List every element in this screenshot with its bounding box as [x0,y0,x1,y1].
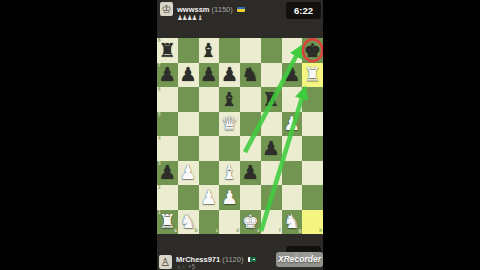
square-e4[interactable] [240,136,261,161]
file-label: d [236,229,239,234]
rank-label: 5 [158,113,161,118]
square-a1[interactable]: 1a♜ [157,210,178,235]
square-e5[interactable] [240,112,261,137]
captured-glyphs: ♞♛ [176,263,186,270]
square-h6[interactable] [302,87,323,112]
piece-black-pawn: ♟ [180,65,197,84]
file-label: g [299,229,302,234]
square-g7[interactable]: ♟ [282,63,303,88]
square-f3[interactable] [261,161,282,186]
square-b4[interactable] [178,136,199,161]
square-h4[interactable] [302,136,323,161]
square-h1[interactable]: h [302,210,323,235]
square-a4[interactable]: 4 [157,136,178,161]
square-c3[interactable] [199,161,220,186]
square-f5[interactable] [261,112,282,137]
square-d1[interactable]: d [219,210,240,235]
square-a6[interactable]: 6 [157,87,178,112]
square-e6[interactable] [240,87,261,112]
square-d3[interactable]: ♝ [219,161,240,186]
square-h8[interactable]: ♚ [302,38,323,63]
bottom-player-bar: ♙ MrChess971 (1120) ♞♛+5 6:58 XRecorder [157,234,323,270]
square-c1[interactable]: c [199,210,220,235]
letterbox-left [0,0,157,270]
square-a3[interactable]: 3♟ [157,161,178,186]
square-c4[interactable] [199,136,220,161]
file-label: c [216,229,219,234]
square-d7[interactable]: ♟ [219,63,240,88]
file-label: f [279,229,281,234]
square-e3[interactable]: ♟ [240,161,261,186]
piece-black-pawn: ♟ [283,65,300,84]
square-d5[interactable]: ♛ [219,112,240,137]
rank-label: 6 [158,88,161,93]
file-label: h [319,229,322,234]
square-f8[interactable] [261,38,282,63]
square-h2[interactable] [302,185,323,210]
piece-black-pawn: ♟ [159,65,176,84]
file-label: b [195,229,198,234]
avatar-piece-icon: ♙ [161,257,171,268]
top-player-captured-pieces: ♟♟♟♟ ♝ [177,15,202,22]
square-a2[interactable]: 2 [157,185,178,210]
square-d8[interactable] [219,38,240,63]
piece-white-rook: ♜ [304,65,321,84]
square-d4[interactable] [219,136,240,161]
piece-white-pawn: ♟ [200,188,217,207]
letterbox-right [323,0,480,270]
square-b8[interactable] [178,38,199,63]
square-c6[interactable] [199,87,220,112]
rank-label: 2 [158,186,161,191]
rank-label: 7 [158,64,161,69]
square-c7[interactable]: ♟ [199,63,220,88]
top-player-name: wwwssm (1150) [177,5,245,14]
square-f2[interactable] [261,185,282,210]
square-d2[interactable]: ♟ [219,185,240,210]
xrecorder-watermark[interactable]: XRecorder [276,252,323,267]
square-h5[interactable] [302,112,323,137]
square-e1[interactable]: e♚ [240,210,261,235]
square-a7[interactable]: 7♟ [157,63,178,88]
piece-white-queen: ♛ [221,114,238,133]
square-c5[interactable] [199,112,220,137]
piece-black-bishop: ♝ [221,90,238,109]
square-c2[interactable]: ♟ [199,185,220,210]
top-player-bar: ♔ wwwssm (1150) ♟♟♟♟ ♝ 6:22 [157,0,323,38]
square-g5[interactable]: ♟ [282,112,303,137]
piece-white-pawn: ♟ [180,163,197,182]
square-e7[interactable]: ♞ [240,63,261,88]
top-player-avatar[interactable]: ♔ [160,2,173,16]
square-g6[interactable] [282,87,303,112]
piece-black-pawn: ♟ [200,65,217,84]
square-g1[interactable]: g♞ [282,210,303,235]
piece-black-rook: ♜ [263,90,280,109]
piece-white-bishop: ♝ [221,163,238,182]
phone-screen: ♔ wwwssm (1150) ♟♟♟♟ ♝ 6:22 8♜♝♚7♟♟♟♟♞♟♜… [157,0,323,270]
bottom-player-rating: (1120) [222,255,243,264]
square-b2[interactable] [178,185,199,210]
file-label: a [174,229,177,234]
square-c8[interactable]: ♝ [199,38,220,63]
square-a8[interactable]: 8♜ [157,38,178,63]
piece-black-knight: ♞ [242,65,259,84]
avatar-piece-icon: ♔ [162,4,172,15]
piece-black-pawn: ♟ [159,163,176,182]
rank-label: 3 [158,162,161,167]
square-f7[interactable] [261,63,282,88]
top-player-username: wwwssm [177,5,210,14]
square-b5[interactable] [178,112,199,137]
chess-board: 8♜♝♚7♟♟♟♟♞♟♜6♝♜5♛♟4♟3♟♟♝♟2♟♟1a♜b♞cde♚fg♞… [157,38,323,234]
rank-label: 8 [158,39,161,44]
top-player-rating: (1150) [212,5,233,14]
piece-black-pawn: ♟ [263,139,280,158]
square-a5[interactable]: 5 [157,112,178,137]
pakistan-flag-icon [248,257,256,262]
piece-black-rook: ♜ [159,41,176,60]
square-g2[interactable] [282,185,303,210]
piece-black-bishop: ♝ [200,41,217,60]
ukraine-flag-icon [237,7,245,12]
rank-label: 1 [158,211,161,216]
square-e8[interactable] [240,38,261,63]
top-player-clock: 6:22 [286,2,321,19]
square-b1[interactable]: b♞ [178,210,199,235]
square-f4[interactable]: ♟ [261,136,282,161]
square-h7[interactable]: ♜ [302,63,323,88]
file-label: e [257,229,260,234]
square-e2[interactable] [240,185,261,210]
piece-black-pawn: ♟ [242,163,259,182]
piece-white-pawn: ♟ [283,114,300,133]
bottom-player-captured-pieces: ♞♛+5 [176,264,195,270]
square-b3[interactable]: ♟ [178,161,199,186]
square-f1[interactable]: f [261,210,282,235]
bottom-player-avatar[interactable]: ♙ [159,255,172,269]
square-g8[interactable] [282,38,303,63]
piece-black-king: ♚ [304,41,321,60]
piece-black-pawn: ♟ [221,65,238,84]
square-f6[interactable]: ♜ [261,87,282,112]
square-d6[interactable]: ♝ [219,87,240,112]
square-b7[interactable]: ♟ [178,63,199,88]
square-g3[interactable] [282,161,303,186]
square-h3[interactable] [302,161,323,186]
square-b6[interactable] [178,87,199,112]
square-g4[interactable] [282,136,303,161]
piece-white-pawn: ♟ [221,188,238,207]
material-score: +5 [188,263,195,270]
rank-label: 4 [158,137,161,142]
